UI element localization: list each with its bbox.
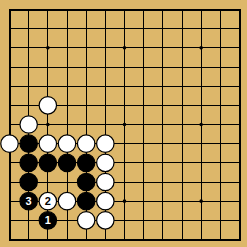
stone-black: [39, 154, 56, 171]
stone-white: [58, 135, 75, 152]
star-point: [123, 199, 127, 203]
stone-white: [97, 154, 114, 171]
star-point: [46, 123, 50, 127]
star-point: [123, 46, 127, 50]
stone-white: [77, 212, 94, 229]
stone-white: [58, 192, 75, 209]
stone-black: [77, 192, 94, 209]
star-point: [199, 199, 203, 203]
stone-white: [20, 116, 37, 133]
stone-white: [1, 135, 18, 152]
stone-white: [97, 135, 114, 152]
stone-black: [77, 173, 94, 190]
star-point: [46, 46, 50, 50]
stone-black: [20, 135, 37, 152]
stone-white: [97, 192, 114, 209]
stone-black: [20, 173, 37, 190]
move-number: 2: [45, 195, 51, 207]
stone-white: [39, 97, 56, 114]
star-point: [123, 123, 127, 127]
stone-black: [20, 154, 37, 171]
move-number: 3: [26, 195, 32, 207]
stone-white: [97, 173, 114, 190]
stone-black: [58, 154, 75, 171]
stone-black: [77, 154, 94, 171]
go-diagram: 123: [0, 0, 247, 247]
star-point: [199, 46, 203, 50]
star-point: [199, 123, 203, 127]
stone-white: [97, 212, 114, 229]
stone-white: [77, 135, 94, 152]
stone-white: [39, 135, 56, 152]
move-number: 1: [45, 214, 51, 226]
go-board[interactable]: 123: [0, 0, 247, 247]
